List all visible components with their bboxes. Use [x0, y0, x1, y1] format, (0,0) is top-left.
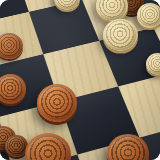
checker-piece-cream: [103, 19, 138, 52]
checker-piece-brown: [25, 133, 71, 160]
pieces-layer: [0, 0, 160, 160]
checker-piece-cream: [137, 3, 160, 27]
checker-piece-cream: [54, 0, 80, 10]
board-scene: [0, 0, 160, 160]
checker-piece-cream: [96, 0, 128, 21]
checker-piece-brown: [107, 134, 149, 160]
checker-piece-brown: [0, 74, 26, 103]
checker-piece-brown: [37, 84, 77, 122]
checker-piece-brown: [0, 33, 23, 59]
app-icon-checkers[interactable]: [0, 0, 160, 160]
checker-piece-cream: [146, 53, 160, 75]
